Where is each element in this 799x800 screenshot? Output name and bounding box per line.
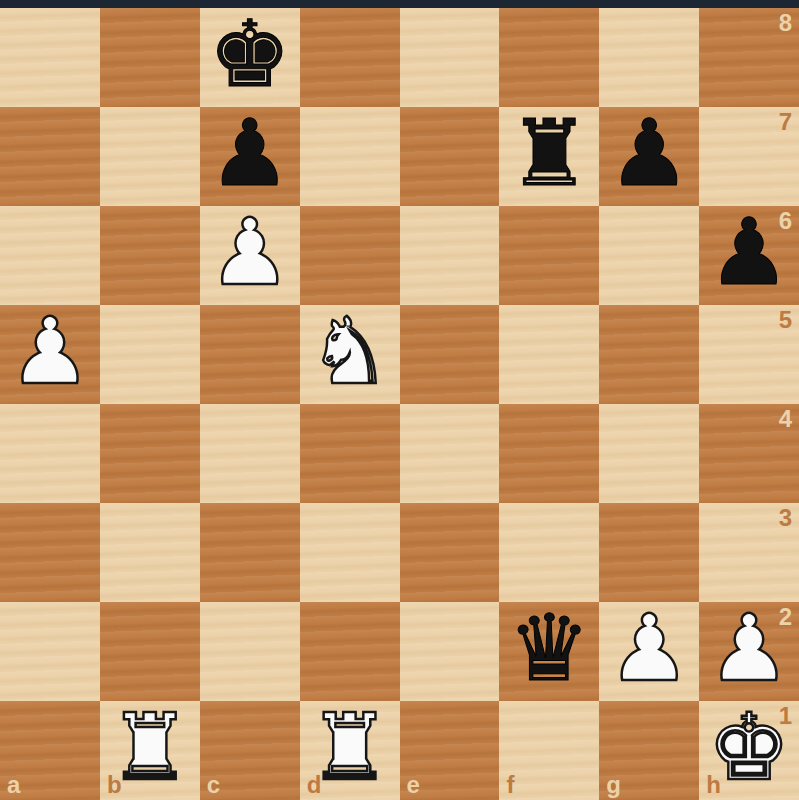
square-h2[interactable]: 2♟ [699, 602, 799, 701]
square-c6[interactable]: ♟ [200, 206, 300, 305]
square-c4[interactable] [200, 404, 300, 503]
white-king[interactable]: ♚ [708, 702, 790, 794]
square-e1[interactable]: e [400, 701, 500, 800]
square-b6[interactable] [100, 206, 200, 305]
square-f4[interactable] [499, 404, 599, 503]
square-b1[interactable]: b♜ [100, 701, 200, 800]
white-rook[interactable]: ♜ [308, 702, 390, 794]
square-f2[interactable]: ♛ [499, 602, 599, 701]
square-h3[interactable]: 3 [699, 503, 799, 602]
rank-label-3: 3 [779, 506, 792, 530]
square-d4[interactable] [300, 404, 400, 503]
square-b3[interactable] [100, 503, 200, 602]
square-g6[interactable] [599, 206, 699, 305]
square-h1[interactable]: 1h♚ [699, 701, 799, 800]
square-g2[interactable]: ♟ [599, 602, 699, 701]
square-h6[interactable]: 6♟ [699, 206, 799, 305]
square-d8[interactable] [300, 8, 400, 107]
square-h7[interactable]: 7 [699, 107, 799, 206]
square-c2[interactable] [200, 602, 300, 701]
black-pawn[interactable]: ♟ [208, 108, 290, 200]
square-f1[interactable]: f [499, 701, 599, 800]
rank-label-7: 7 [779, 110, 792, 134]
square-d3[interactable] [300, 503, 400, 602]
square-a7[interactable] [0, 107, 100, 206]
square-c5[interactable] [200, 305, 300, 404]
square-c3[interactable] [200, 503, 300, 602]
white-pawn[interactable]: ♟ [9, 306, 91, 398]
square-c1[interactable]: c [200, 701, 300, 800]
white-pawn[interactable]: ♟ [608, 603, 690, 695]
white-knight[interactable]: ♞ [308, 306, 390, 398]
rank-label-5: 5 [779, 308, 792, 332]
square-f8[interactable] [499, 8, 599, 107]
square-d6[interactable] [300, 206, 400, 305]
black-king[interactable]: ♚ [208, 9, 290, 101]
white-rook[interactable]: ♜ [109, 702, 191, 794]
black-pawn[interactable]: ♟ [608, 108, 690, 200]
square-g1[interactable]: g [599, 701, 699, 800]
square-b7[interactable] [100, 107, 200, 206]
square-f5[interactable] [499, 305, 599, 404]
square-e5[interactable] [400, 305, 500, 404]
square-b4[interactable] [100, 404, 200, 503]
rank-label-8: 8 [779, 11, 792, 35]
square-a6[interactable] [0, 206, 100, 305]
square-g5[interactable] [599, 305, 699, 404]
white-pawn[interactable]: ♟ [208, 207, 290, 299]
square-b5[interactable] [100, 305, 200, 404]
file-label-e: e [407, 773, 420, 797]
square-b2[interactable] [100, 602, 200, 701]
black-rook[interactable]: ♜ [508, 108, 590, 200]
square-e8[interactable] [400, 8, 500, 107]
square-b8[interactable] [100, 8, 200, 107]
square-h5[interactable]: 5 [699, 305, 799, 404]
square-c8[interactable]: ♚ [200, 8, 300, 107]
square-d1[interactable]: d♜ [300, 701, 400, 800]
file-label-f: f [506, 773, 514, 797]
white-pawn[interactable]: ♟ [708, 603, 790, 695]
square-a2[interactable] [0, 602, 100, 701]
rank-label-4: 4 [779, 407, 792, 431]
square-a5[interactable]: ♟ [0, 305, 100, 404]
file-label-c: c [207, 773, 220, 797]
square-c7[interactable]: ♟ [200, 107, 300, 206]
square-e4[interactable] [400, 404, 500, 503]
square-e2[interactable] [400, 602, 500, 701]
square-f7[interactable]: ♜ [499, 107, 599, 206]
square-e3[interactable] [400, 503, 500, 602]
black-queen[interactable]: ♛ [508, 603, 590, 695]
window-top-bar [0, 0, 799, 8]
square-d2[interactable] [300, 602, 400, 701]
black-pawn[interactable]: ♟ [708, 207, 790, 299]
square-d7[interactable] [300, 107, 400, 206]
square-f3[interactable] [499, 503, 599, 602]
square-a3[interactable] [0, 503, 100, 602]
file-label-g: g [606, 773, 621, 797]
square-h4[interactable]: 4 [699, 404, 799, 503]
square-g3[interactable] [599, 503, 699, 602]
square-e7[interactable] [400, 107, 500, 206]
square-a1[interactable]: a [0, 701, 100, 800]
square-g7[interactable]: ♟ [599, 107, 699, 206]
chess-board: ♚8♟♜♟7♟6♟♟♞543♛♟2♟ab♜cd♜efg1h♚ [0, 8, 799, 800]
square-a4[interactable] [0, 404, 100, 503]
square-d5[interactable]: ♞ [300, 305, 400, 404]
file-label-a: a [7, 773, 20, 797]
square-g4[interactable] [599, 404, 699, 503]
square-g8[interactable] [599, 8, 699, 107]
square-e6[interactable] [400, 206, 500, 305]
square-f6[interactable] [499, 206, 599, 305]
square-h8[interactable]: 8 [699, 8, 799, 107]
square-a8[interactable] [0, 8, 100, 107]
